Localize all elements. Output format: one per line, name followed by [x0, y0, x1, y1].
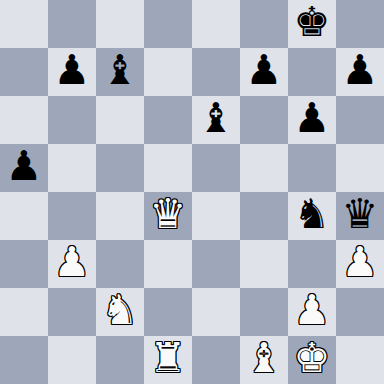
white-king[interactable]: ♚ [294, 336, 331, 382]
black-pawn[interactable]: ♟ [342, 48, 379, 94]
square-d4[interactable]: ♛ [144, 192, 192, 240]
black-bishop[interactable]: ♝ [198, 96, 235, 142]
square-f1[interactable]: ♝ [240, 336, 288, 384]
square-d8[interactable] [144, 0, 192, 48]
square-b7[interactable]: ♟ [48, 48, 96, 96]
square-g5[interactable] [288, 144, 336, 192]
square-f8[interactable] [240, 0, 288, 48]
square-c6[interactable] [96, 96, 144, 144]
square-b6[interactable] [48, 96, 96, 144]
black-bishop[interactable]: ♝ [102, 48, 139, 94]
square-e6[interactable]: ♝ [192, 96, 240, 144]
square-g4[interactable]: ♞ [288, 192, 336, 240]
square-b1[interactable] [48, 336, 96, 384]
square-d7[interactable] [144, 48, 192, 96]
black-knight[interactable]: ♞ [294, 192, 331, 238]
white-bishop[interactable]: ♝ [246, 336, 283, 382]
square-b3[interactable]: ♟ [48, 240, 96, 288]
square-d2[interactable] [144, 288, 192, 336]
white-pawn[interactable]: ♟ [342, 240, 379, 286]
square-h7[interactable]: ♟ [336, 48, 384, 96]
square-a6[interactable] [0, 96, 48, 144]
square-g8[interactable]: ♚ [288, 0, 336, 48]
square-a3[interactable] [0, 240, 48, 288]
square-h5[interactable] [336, 144, 384, 192]
square-c8[interactable] [96, 0, 144, 48]
square-g2[interactable]: ♟ [288, 288, 336, 336]
square-a4[interactable] [0, 192, 48, 240]
square-c3[interactable] [96, 240, 144, 288]
square-d5[interactable] [144, 144, 192, 192]
chess-board: ♚♟♝♟♟♝♟♟♛♞♛♟♟♞♟♜♝♚ [0, 0, 384, 384]
square-h6[interactable] [336, 96, 384, 144]
square-e5[interactable] [192, 144, 240, 192]
square-f2[interactable] [240, 288, 288, 336]
square-f7[interactable]: ♟ [240, 48, 288, 96]
square-a7[interactable] [0, 48, 48, 96]
black-pawn[interactable]: ♟ [294, 96, 331, 142]
square-g1[interactable]: ♚ [288, 336, 336, 384]
square-a2[interactable] [0, 288, 48, 336]
square-h3[interactable]: ♟ [336, 240, 384, 288]
square-e1[interactable] [192, 336, 240, 384]
square-a1[interactable] [0, 336, 48, 384]
white-pawn[interactable]: ♟ [294, 288, 331, 334]
square-f6[interactable] [240, 96, 288, 144]
white-pawn[interactable]: ♟ [54, 240, 91, 286]
square-b5[interactable] [48, 144, 96, 192]
square-e7[interactable] [192, 48, 240, 96]
black-pawn[interactable]: ♟ [246, 48, 283, 94]
square-f3[interactable] [240, 240, 288, 288]
white-queen[interactable]: ♛ [150, 192, 187, 238]
square-g6[interactable]: ♟ [288, 96, 336, 144]
black-king[interactable]: ♚ [294, 0, 331, 46]
square-e3[interactable] [192, 240, 240, 288]
square-b4[interactable] [48, 192, 96, 240]
square-e8[interactable] [192, 0, 240, 48]
square-c4[interactable] [96, 192, 144, 240]
square-a8[interactable] [0, 0, 48, 48]
square-h4[interactable]: ♛ [336, 192, 384, 240]
square-e4[interactable] [192, 192, 240, 240]
black-queen[interactable]: ♛ [342, 192, 379, 238]
square-b2[interactable] [48, 288, 96, 336]
square-d6[interactable] [144, 96, 192, 144]
square-c7[interactable]: ♝ [96, 48, 144, 96]
square-c2[interactable]: ♞ [96, 288, 144, 336]
white-rook[interactable]: ♜ [150, 336, 187, 382]
square-e2[interactable] [192, 288, 240, 336]
square-d3[interactable] [144, 240, 192, 288]
square-c5[interactable] [96, 144, 144, 192]
square-d1[interactable]: ♜ [144, 336, 192, 384]
square-b8[interactable] [48, 0, 96, 48]
square-a5[interactable]: ♟ [0, 144, 48, 192]
square-h8[interactable] [336, 0, 384, 48]
square-g3[interactable] [288, 240, 336, 288]
square-g7[interactable] [288, 48, 336, 96]
square-f4[interactable] [240, 192, 288, 240]
square-h2[interactable] [336, 288, 384, 336]
square-f5[interactable] [240, 144, 288, 192]
square-c1[interactable] [96, 336, 144, 384]
black-pawn[interactable]: ♟ [6, 144, 43, 190]
white-knight[interactable]: ♞ [102, 288, 139, 334]
square-h1[interactable] [336, 336, 384, 384]
black-pawn[interactable]: ♟ [54, 48, 91, 94]
